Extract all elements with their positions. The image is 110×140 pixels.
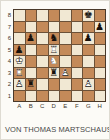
file-label-d: D (49, 102, 60, 111)
white-rook: ♖ (49, 45, 60, 56)
square-d7 (49, 22, 60, 33)
black-pawn: ♟ (26, 33, 37, 44)
square-h3 (95, 68, 106, 79)
rank-label-2: 2 (2, 79, 13, 90)
square-d1 (49, 91, 60, 102)
square-h6 (95, 33, 106, 44)
square-d4: ♞♘ (49, 56, 60, 67)
white-pawn: ♙ (83, 79, 94, 90)
square-f3 (72, 68, 83, 79)
square-f6 (72, 33, 83, 44)
square-b2: ♜ (26, 79, 37, 90)
file-label-a: A (14, 102, 25, 111)
square-a5: ♟ (14, 45, 25, 56)
file-label-g: G (83, 102, 94, 111)
square-g3 (83, 68, 94, 79)
file-labels: ABCDEFGH (13, 102, 106, 111)
rank-label-8: 8 (2, 10, 13, 21)
square-g7 (83, 22, 94, 33)
square-e6 (60, 33, 71, 44)
square-f1 (72, 91, 83, 102)
square-g6: ♟ (83, 33, 94, 44)
square-a6 (14, 33, 25, 44)
square-a1 (14, 91, 25, 102)
square-b5 (26, 45, 37, 56)
black-king: ♚ (83, 10, 94, 21)
file-label-f: F (72, 102, 83, 111)
square-h7: ♟ (95, 22, 106, 33)
square-f5 (72, 45, 83, 56)
black-rook: ♜ (49, 68, 60, 79)
caption: VON THOMAS MARTSCHAUSKY (5, 125, 107, 134)
square-d6: ♞ (49, 33, 60, 44)
square-e5 (60, 45, 71, 56)
rank-label-6: 6 (2, 33, 13, 44)
square-h2 (95, 79, 106, 90)
square-e2 (60, 79, 71, 90)
square-a3: ♜♖ (14, 68, 25, 79)
square-c6 (37, 33, 48, 44)
square-c8 (37, 10, 48, 21)
white-king: ♔ (14, 56, 25, 67)
black-knight: ♞ (49, 33, 60, 44)
square-f7 (72, 22, 83, 33)
square-h8 (95, 10, 106, 21)
square-g2: ♟♙ (83, 79, 94, 90)
chess-diagram: 87654321 ♚♟♟♞♟♟♜♖♚♔♞♘♜♖♜♟♙♟♙♜♟♙ ABCDEFGH (2, 9, 106, 111)
square-f8 (72, 10, 83, 21)
square-c3 (37, 68, 48, 79)
square-d8 (49, 10, 60, 21)
square-b8 (26, 10, 37, 21)
square-c2 (37, 79, 48, 90)
square-e8 (60, 10, 71, 21)
square-f2 (72, 79, 83, 90)
chess-diagram-page: 87654321 ♚♟♟♞♟♟♜♖♚♔♞♘♜♖♜♟♙♟♙♜♟♙ ABCDEFGH… (0, 0, 110, 140)
black-pawn: ♟ (14, 45, 25, 56)
square-c4 (37, 56, 48, 67)
square-g1 (83, 91, 94, 102)
square-h5 (95, 45, 106, 56)
board: ♚♟♟♞♟♟♜♖♚♔♞♘♜♖♜♟♙♟♙♜♟♙ (13, 9, 106, 102)
square-d2 (49, 79, 60, 90)
square-b4 (26, 56, 37, 67)
square-b7 (26, 22, 37, 33)
black-pawn: ♟ (83, 33, 94, 44)
square-g5 (83, 45, 94, 56)
square-e4 (60, 56, 71, 67)
white-pawn: ♙ (60, 68, 71, 79)
white-pawn: ♙ (14, 79, 25, 90)
square-b3 (26, 68, 37, 79)
square-g4 (83, 56, 94, 67)
square-a2: ♟♙ (14, 79, 25, 90)
square-c7 (37, 22, 48, 33)
square-f4 (72, 56, 83, 67)
square-e3: ♟♙ (60, 68, 71, 79)
square-b1 (26, 91, 37, 102)
square-b6: ♟ (26, 33, 37, 44)
square-e1 (60, 91, 71, 102)
square-c5 (37, 45, 48, 56)
square-g8: ♚ (83, 10, 94, 21)
file-label-h: H (95, 102, 106, 111)
file-label-e: E (60, 102, 71, 111)
square-e7 (60, 22, 71, 33)
rank-label-5: 5 (2, 45, 13, 56)
black-rook: ♜ (26, 79, 37, 90)
rank-label-3: 3 (2, 68, 13, 79)
square-h1 (95, 91, 106, 102)
square-c1 (37, 91, 48, 102)
rank-label-7: 7 (2, 22, 13, 33)
rank-label-4: 4 (2, 56, 13, 67)
white-knight: ♘ (49, 56, 60, 67)
square-d3: ♜ (49, 68, 60, 79)
square-d5: ♜♖ (49, 45, 60, 56)
rank-labels: 87654321 (2, 9, 13, 102)
square-a8 (14, 10, 25, 21)
white-rook: ♖ (14, 68, 25, 79)
file-label-c: C (37, 102, 48, 111)
square-a4: ♚♔ (14, 56, 25, 67)
file-label-b: B (26, 102, 37, 111)
black-pawn: ♟ (95, 22, 106, 33)
square-h4 (95, 56, 106, 67)
square-a7 (14, 22, 25, 33)
rank-label-1: 1 (2, 91, 13, 102)
